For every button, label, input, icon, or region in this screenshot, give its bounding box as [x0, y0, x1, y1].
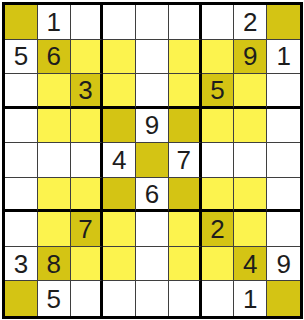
cell-r9c6[interactable]: [169, 281, 202, 316]
cell-r7c4[interactable]: [103, 212, 136, 247]
given-digit: 5: [210, 77, 224, 103]
cell-r6c5[interactable]: 6: [136, 178, 169, 213]
cell-r3c3[interactable]: 3: [71, 74, 104, 109]
cell-r2c9[interactable]: 1: [267, 40, 300, 75]
cell-r3c1[interactable]: [5, 74, 38, 109]
cell-r9c1[interactable]: [5, 281, 38, 316]
given-digit: 9: [276, 251, 290, 277]
cell-r3c7[interactable]: 5: [202, 74, 235, 109]
cell-r2c8[interactable]: 9: [234, 40, 267, 75]
cell-r8c7[interactable]: [202, 247, 235, 282]
cell-r2c5[interactable]: [136, 40, 169, 75]
given-digit: 4: [243, 251, 257, 277]
cell-r1c1[interactable]: [5, 5, 38, 40]
cell-r1c9[interactable]: [267, 5, 300, 40]
cell-r4c1[interactable]: [5, 109, 38, 144]
cell-r3c6[interactable]: [169, 74, 202, 109]
cell-r8c5[interactable]: [136, 247, 169, 282]
given-digit: 2: [243, 9, 257, 35]
cell-r5c2[interactable]: [38, 143, 71, 178]
cell-r9c2[interactable]: 5: [38, 281, 71, 316]
cell-r2c1[interactable]: 5: [5, 40, 38, 75]
cell-r5c5[interactable]: [136, 143, 169, 178]
cell-r7c8[interactable]: [234, 212, 267, 247]
cell-r9c5[interactable]: [136, 281, 169, 316]
cell-r4c2[interactable]: [38, 109, 71, 144]
cell-r4c3[interactable]: [71, 109, 104, 144]
cell-r5c7[interactable]: [202, 143, 235, 178]
cell-r1c2[interactable]: 1: [38, 5, 71, 40]
given-digit: 6: [145, 181, 159, 207]
given-digit: 9: [243, 43, 257, 69]
cell-r2c7[interactable]: [202, 40, 235, 75]
cell-r1c4[interactable]: [103, 5, 136, 40]
cell-r8c2[interactable]: 8: [38, 247, 71, 282]
given-digit: 3: [78, 77, 92, 103]
cell-r7c3[interactable]: 7: [71, 212, 104, 247]
cell-r9c4[interactable]: [103, 281, 136, 316]
cell-r8c1[interactable]: 3: [5, 247, 38, 282]
cell-r7c2[interactable]: [38, 212, 71, 247]
cell-r8c8[interactable]: 4: [234, 247, 267, 282]
cell-r8c9[interactable]: 9: [267, 247, 300, 282]
cell-r7c9[interactable]: [267, 212, 300, 247]
cell-r1c5[interactable]: [136, 5, 169, 40]
cell-r1c8[interactable]: 2: [234, 5, 267, 40]
given-digit: 5: [14, 43, 28, 69]
cell-r2c2[interactable]: 6: [38, 40, 71, 75]
sudoku-x-puzzle: 12569135947672384951: [0, 0, 304, 320]
cell-r3c5[interactable]: [136, 74, 169, 109]
cell-r3c4[interactable]: [103, 74, 136, 109]
cell-r5c1[interactable]: [5, 143, 38, 178]
given-digit: 1: [46, 9, 60, 35]
given-digit: 1: [276, 43, 290, 69]
cell-r5c3[interactable]: [71, 143, 104, 178]
given-digit: 6: [46, 43, 60, 69]
cell-r2c3[interactable]: [71, 40, 104, 75]
cell-r2c4[interactable]: [103, 40, 136, 75]
cell-r9c8[interactable]: 1: [234, 281, 267, 316]
cell-r4c4[interactable]: [103, 109, 136, 144]
cell-r5c6[interactable]: 7: [169, 143, 202, 178]
cell-r6c1[interactable]: [5, 178, 38, 213]
cell-r6c3[interactable]: [71, 178, 104, 213]
cell-r8c6[interactable]: [169, 247, 202, 282]
cell-r8c4[interactable]: [103, 247, 136, 282]
cell-r6c4[interactable]: [103, 178, 136, 213]
given-digit: 3: [14, 251, 28, 277]
cell-r5c4[interactable]: 4: [103, 143, 136, 178]
cell-r8c3[interactable]: [71, 247, 104, 282]
given-digit: 4: [112, 147, 126, 173]
cell-r1c7[interactable]: [202, 5, 235, 40]
cell-r4c8[interactable]: [234, 109, 267, 144]
cell-r6c8[interactable]: [234, 178, 267, 213]
cell-r4c6[interactable]: [169, 109, 202, 144]
cell-r1c6[interactable]: [169, 5, 202, 40]
cell-r6c2[interactable]: [38, 178, 71, 213]
cell-r7c7[interactable]: 2: [202, 212, 235, 247]
cell-r1c3[interactable]: [71, 5, 104, 40]
cell-r3c9[interactable]: [267, 74, 300, 109]
cell-r7c6[interactable]: [169, 212, 202, 247]
cell-r6c6[interactable]: [169, 178, 202, 213]
cell-r2c6[interactable]: [169, 40, 202, 75]
cell-r6c7[interactable]: [202, 178, 235, 213]
given-digit: 8: [46, 251, 60, 277]
cell-r4c7[interactable]: [202, 109, 235, 144]
cell-r6c9[interactable]: [267, 178, 300, 213]
sudoku-board: 12569135947672384951: [2, 2, 303, 319]
cell-r9c7[interactable]: [202, 281, 235, 316]
given-digit: 1: [243, 286, 257, 312]
cell-r3c8[interactable]: [234, 74, 267, 109]
cell-r3c2[interactable]: [38, 74, 71, 109]
cell-r7c5[interactable]: [136, 212, 169, 247]
given-digit: 7: [78, 216, 92, 242]
cell-r4c5[interactable]: 9: [136, 109, 169, 144]
cell-r5c9[interactable]: [267, 143, 300, 178]
given-digit: 9: [145, 112, 159, 138]
cell-r9c9[interactable]: [267, 281, 300, 316]
given-digit: 5: [46, 286, 60, 312]
cell-r9c3[interactable]: [71, 281, 104, 316]
cell-r7c1[interactable]: [5, 212, 38, 247]
cell-r4c9[interactable]: [267, 109, 300, 144]
given-digit: 7: [177, 147, 191, 173]
cell-r5c8[interactable]: [234, 143, 267, 178]
given-digit: 2: [210, 216, 224, 242]
